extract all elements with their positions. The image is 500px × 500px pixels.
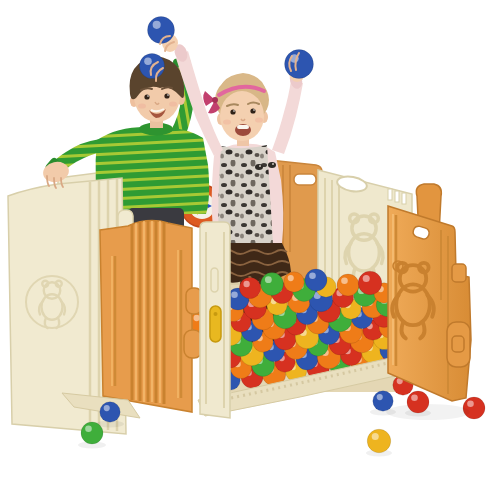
ball-highlight bbox=[309, 273, 316, 280]
ball-highlight bbox=[85, 426, 92, 433]
ball bbox=[373, 391, 393, 411]
ball-highlight bbox=[363, 275, 370, 282]
ball-highlight bbox=[372, 433, 379, 440]
ball-highlight bbox=[411, 395, 418, 402]
door-latch-tab bbox=[447, 322, 470, 367]
front-orange-panel bbox=[100, 221, 202, 412]
door-frame-post bbox=[200, 222, 230, 418]
ball bbox=[100, 402, 120, 422]
ball bbox=[463, 397, 485, 419]
ball-highlight bbox=[341, 278, 348, 285]
ball bbox=[337, 274, 359, 296]
handle-slot bbox=[294, 174, 316, 185]
ball-highlight bbox=[144, 57, 152, 65]
ball bbox=[284, 272, 304, 292]
door-step-tab bbox=[452, 264, 466, 282]
ball-highlight bbox=[243, 281, 249, 287]
ball bbox=[261, 273, 284, 296]
ball-highlight bbox=[377, 394, 383, 400]
ball-highlight bbox=[153, 21, 161, 29]
ball-highlight bbox=[467, 401, 474, 408]
ball-highlight bbox=[231, 292, 238, 299]
ball-highlight bbox=[193, 315, 199, 321]
scene-canvas bbox=[0, 0, 500, 500]
yellow-latch bbox=[210, 306, 221, 342]
ball bbox=[367, 429, 391, 453]
ball bbox=[239, 277, 260, 298]
ball bbox=[358, 271, 382, 295]
ball-pit-product-photo bbox=[0, 0, 500, 500]
ball-highlight bbox=[288, 275, 294, 281]
ball bbox=[305, 269, 327, 291]
ball bbox=[81, 422, 103, 444]
ball bbox=[407, 391, 429, 413]
ball-highlight bbox=[104, 405, 110, 411]
ball-highlight bbox=[265, 276, 272, 283]
